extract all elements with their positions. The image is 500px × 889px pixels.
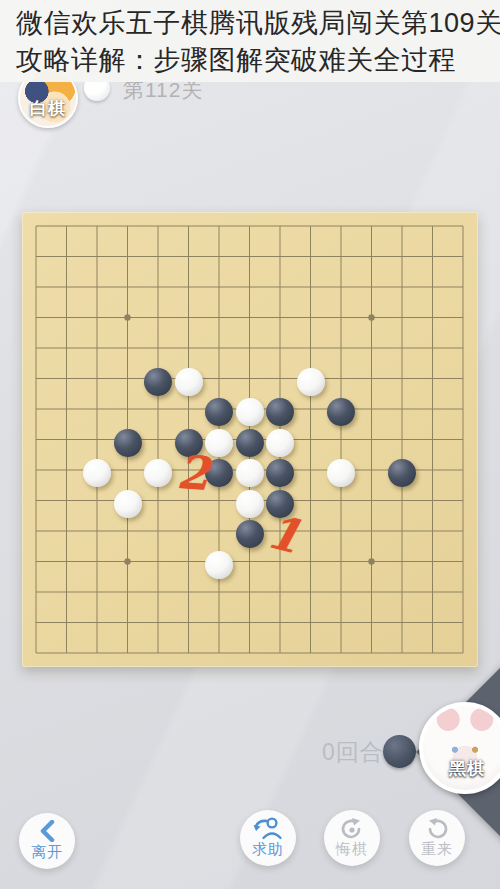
black-stone [266,398,294,426]
undo-arrow-icon [340,816,364,840]
white-stone [297,368,325,396]
white-stone [114,490,142,518]
white-player-label: 白棋 [14,97,82,120]
help-button[interactable]: 求助 [240,810,296,866]
redo-arrow-icon [425,816,449,840]
star-point [368,558,374,564]
move-annotation-2: 2 [175,449,210,497]
black-player-label: 黑棋 [425,757,500,780]
black-stone [205,398,233,426]
black-stone [236,429,264,457]
help-person-icon [253,816,283,840]
leave-button-label: 离开 [31,844,63,860]
article-title: 微信欢乐五子棋腾讯版残局闯关第109关 攻略详解：步骤图解突破难关全过程 [0,0,500,82]
star-point [124,558,130,564]
black-stone [327,398,355,426]
title-line-2: 攻略详解：步骤图解突破难关全过程 [16,42,494,79]
white-stone [236,398,264,426]
back-chevron-icon [39,819,55,843]
help-button-label: 求助 [252,841,284,857]
white-stone [266,429,294,457]
black-stone [236,520,264,548]
restart-button-label: 重来 [421,841,453,857]
star-point [124,314,130,320]
round-counter: 0回合 [322,737,384,768]
white-stone [83,459,111,487]
title-line-1: 微信欢乐五子棋腾讯版残局闯关第109关 [16,5,494,42]
black-stone [388,459,416,487]
white-stone [236,459,264,487]
white-stone [327,459,355,487]
black-stone [144,368,172,396]
leave-button[interactable]: 离开 [19,813,75,869]
white-stone [205,551,233,579]
gomoku-board[interactable]: 21 [22,212,478,667]
white-stone [175,368,203,396]
black-player-avatar [419,702,500,794]
undo-button[interactable]: 悔棋 [324,810,380,866]
restart-button[interactable]: 重来 [409,810,465,866]
undo-button-label: 悔棋 [336,841,368,857]
game-background: 第112关 21 0回合 黑棋 离开 求助 [0,0,500,889]
black-stone [114,429,142,457]
white-stone [236,490,264,518]
star-point [368,314,374,320]
black-stone [266,459,294,487]
white-stone [144,459,172,487]
black-stone-indicator-icon [383,735,416,768]
